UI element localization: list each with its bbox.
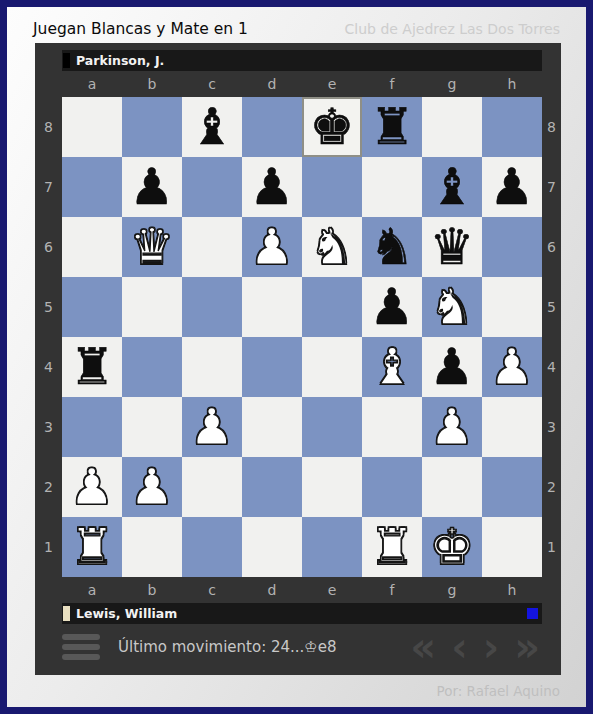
rank-label-7: 7 — [542, 157, 561, 217]
square-h7: ♟ — [482, 157, 542, 217]
black-rook-f8: ♜ — [362, 97, 422, 157]
square-b8 — [122, 97, 182, 157]
last-move-text: Último movimiento: 24...♔e8 — [118, 638, 337, 656]
nav-buttons: «‹›» — [410, 627, 542, 667]
menu-bar — [62, 644, 100, 650]
rank-label-2: 2 — [542, 457, 561, 517]
square-c6 — [182, 217, 242, 277]
bottom-player-bar: Lewis, William — [62, 603, 542, 624]
square-d3 — [242, 397, 302, 457]
white-rook-f1: ♜ — [362, 517, 422, 577]
square-d1 — [242, 517, 302, 577]
square-g8 — [422, 97, 482, 157]
white-queen-b6: ♛ — [122, 217, 182, 277]
square-g7: ♝ — [422, 157, 482, 217]
rank-label-1: 1 — [35, 517, 62, 577]
square-f5: ♟ — [362, 277, 422, 337]
square-b3 — [122, 397, 182, 457]
square-f7 — [362, 157, 422, 217]
board-frame: Parkinson, J. abcdefgh 87654321 ♝♚♜♟♟♝♟♛… — [35, 43, 561, 675]
file-label-h: h — [482, 71, 542, 97]
square-f3 — [362, 397, 422, 457]
square-f2 — [362, 457, 422, 517]
turn-indicator — [527, 608, 538, 619]
file-label-b: b — [122, 577, 182, 603]
square-h4: ♟ — [482, 337, 542, 397]
file-label-e: e — [302, 577, 362, 603]
black-queen-g6: ♛ — [422, 217, 482, 277]
square-h1 — [482, 517, 542, 577]
square-a4: ♜ — [62, 337, 122, 397]
black-bishop-g7: ♝ — [422, 157, 482, 217]
rank-label-6: 6 — [35, 217, 62, 277]
rank-label-5: 5 — [542, 277, 561, 337]
header: Juegan Blancas y Mate en 1 Club de Ajedr… — [7, 7, 586, 43]
black-bishop-c8: ♝ — [182, 97, 242, 157]
square-d5 — [242, 277, 302, 337]
file-label-f: f — [362, 71, 422, 97]
files-row-top: abcdefgh — [62, 71, 542, 97]
ranks-col-left: 87654321 — [35, 97, 62, 577]
file-label-c: c — [182, 577, 242, 603]
square-a3 — [62, 397, 122, 457]
square-a8 — [62, 97, 122, 157]
file-label-a: a — [62, 71, 122, 97]
ranks-col-right: 87654321 — [542, 97, 561, 577]
file-label-h: h — [482, 577, 542, 603]
file-label-b: b — [122, 71, 182, 97]
white-pawn-b2: ♟ — [122, 457, 182, 517]
square-d2 — [242, 457, 302, 517]
rank-label-4: 4 — [35, 337, 62, 397]
nav-last-button[interactable]: » — [514, 627, 540, 667]
square-c1 — [182, 517, 242, 577]
square-f1: ♜ — [362, 517, 422, 577]
white-pawn-c3: ♟ — [182, 397, 242, 457]
square-g5: ♞ — [422, 277, 482, 337]
square-a2: ♟ — [62, 457, 122, 517]
white-pawn-h4: ♟ — [482, 337, 542, 397]
white-knight-g5: ♞ — [422, 277, 482, 337]
square-e3 — [302, 397, 362, 457]
square-c3: ♟ — [182, 397, 242, 457]
files-row-bottom: abcdefgh — [62, 577, 542, 603]
square-h8 — [482, 97, 542, 157]
white-knight-e6: ♞ — [302, 217, 362, 277]
top-player-bar: Parkinson, J. — [62, 50, 542, 71]
square-a1: ♜ — [62, 517, 122, 577]
bottom-player-name: Lewis, William — [76, 606, 177, 621]
square-b7: ♟ — [122, 157, 182, 217]
white-pawn-d6: ♟ — [242, 217, 302, 277]
square-c7 — [182, 157, 242, 217]
black-king-e8: ♚ — [302, 97, 362, 157]
square-b4 — [122, 337, 182, 397]
file-label-d: d — [242, 577, 302, 603]
square-e4 — [302, 337, 362, 397]
square-e5 — [302, 277, 362, 337]
file-label-g: g — [422, 71, 482, 97]
file-label-d: d — [242, 71, 302, 97]
square-c8: ♝ — [182, 97, 242, 157]
square-b6: ♛ — [122, 217, 182, 277]
black-pawn-f5: ♟ — [362, 277, 422, 337]
white-pawn-a2: ♟ — [62, 457, 122, 517]
rank-label-8: 8 — [542, 97, 561, 157]
square-e8: ♚ — [302, 97, 362, 157]
square-a6 — [62, 217, 122, 277]
black-pawn-b7: ♟ — [122, 157, 182, 217]
square-d4 — [242, 337, 302, 397]
controls-bar: Último movimiento: 24...♔e8 «‹›» — [62, 624, 542, 670]
square-g3: ♟ — [422, 397, 482, 457]
board: ♝♚♜♟♟♝♟♛♟♞♞♛♟♞♜♝♟♟♟♟♟♟♜♜♚ — [62, 97, 542, 577]
square-h5 — [482, 277, 542, 337]
credit-text: Por: Rafael Aquino — [7, 675, 586, 699]
square-h2 — [482, 457, 542, 517]
square-c5 — [182, 277, 242, 337]
menu-icon[interactable] — [62, 634, 100, 660]
square-e1 — [302, 517, 362, 577]
nav-first-button[interactable]: « — [410, 627, 436, 667]
square-d7: ♟ — [242, 157, 302, 217]
club-name: Club de Ajedrez Las Dos Torres — [345, 21, 560, 37]
rank-label-3: 3 — [35, 397, 62, 457]
square-g1: ♚ — [422, 517, 482, 577]
square-g4: ♟ — [422, 337, 482, 397]
file-label-g: g — [422, 577, 482, 603]
black-color-marker — [63, 53, 70, 68]
black-knight-f6: ♞ — [362, 217, 422, 277]
black-pawn-g4: ♟ — [422, 337, 482, 397]
square-e7 — [302, 157, 362, 217]
square-g6: ♛ — [422, 217, 482, 277]
page-title: Juegan Blancas y Mate en 1 — [33, 20, 248, 38]
white-rook-a1: ♜ — [62, 517, 122, 577]
menu-bar — [62, 654, 100, 660]
square-e2 — [302, 457, 362, 517]
white-king-g1: ♚ — [422, 517, 482, 577]
square-f8: ♜ — [362, 97, 422, 157]
square-c2 — [182, 457, 242, 517]
rank-label-1: 1 — [542, 517, 561, 577]
nav-prev-button[interactable]: ‹ — [451, 627, 467, 667]
square-d6: ♟ — [242, 217, 302, 277]
square-b2: ♟ — [122, 457, 182, 517]
square-f6: ♞ — [362, 217, 422, 277]
square-c4 — [182, 337, 242, 397]
rank-label-4: 4 — [542, 337, 561, 397]
puzzle-card: Juegan Blancas y Mate en 1 Club de Ajedr… — [0, 0, 593, 714]
square-f4: ♝ — [362, 337, 422, 397]
rank-label-2: 2 — [35, 457, 62, 517]
square-h6 — [482, 217, 542, 277]
rank-label-5: 5 — [35, 277, 62, 337]
nav-next-button[interactable]: › — [483, 627, 499, 667]
board-wrap: 87654321 ♝♚♜♟♟♝♟♛♟♞♞♛♟♞♜♝♟♟♟♟♟♟♜♜♚ 87654… — [35, 97, 561, 577]
top-player-name: Parkinson, J. — [76, 53, 164, 68]
square-d8 — [242, 97, 302, 157]
file-label-c: c — [182, 71, 242, 97]
square-b1 — [122, 517, 182, 577]
file-label-f: f — [362, 577, 422, 603]
square-e6: ♞ — [302, 217, 362, 277]
white-pawn-g3: ♟ — [422, 397, 482, 457]
menu-bar — [62, 634, 100, 640]
file-label-e: e — [302, 71, 362, 97]
square-g2 — [422, 457, 482, 517]
rank-label-3: 3 — [542, 397, 561, 457]
white-color-marker — [63, 606, 70, 621]
square-b5 — [122, 277, 182, 337]
rank-label-6: 6 — [542, 217, 561, 277]
square-a5 — [62, 277, 122, 337]
square-a7 — [62, 157, 122, 217]
black-pawn-d7: ♟ — [242, 157, 302, 217]
black-pawn-h7: ♟ — [482, 157, 542, 217]
square-h3 — [482, 397, 542, 457]
black-rook-a4: ♜ — [62, 337, 122, 397]
white-bishop-f4: ♝ — [362, 337, 422, 397]
rank-label-7: 7 — [35, 157, 62, 217]
rank-label-8: 8 — [35, 97, 62, 157]
file-label-a: a — [62, 577, 122, 603]
